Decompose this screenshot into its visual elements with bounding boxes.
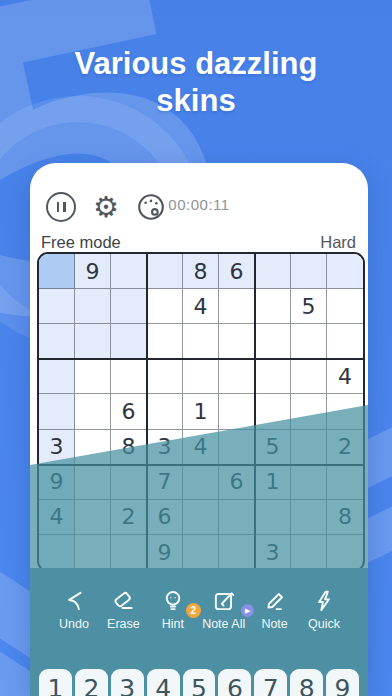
cell-r9c9[interactable] [327, 535, 363, 570]
ad-play-badge: ▶ [241, 604, 254, 617]
cell-r5c7[interactable] [255, 394, 291, 429]
toolbar: Undo Erase [30, 568, 368, 631]
note-button[interactable]: Note [255, 588, 295, 631]
cell-r2c9[interactable] [327, 289, 363, 324]
number-pad: 123456789 [30, 669, 368, 696]
cell-r3c3[interactable] [111, 324, 147, 359]
numpad-key-2[interactable]: 2 [75, 669, 108, 696]
cell-r3c7[interactable] [255, 324, 291, 359]
cell-r4c2[interactable] [75, 359, 111, 394]
pause-icon [46, 192, 76, 222]
cell-r9c3[interactable] [111, 535, 147, 570]
hint-button[interactable]: 2 Hint [153, 588, 193, 631]
cell-r9c1[interactable] [39, 535, 75, 570]
cell-r4c5[interactable] [183, 359, 219, 394]
cell-r1c7[interactable] [255, 254, 291, 289]
cell-r3c2[interactable] [75, 324, 111, 359]
note-all-label: Note All [202, 617, 245, 631]
box-divider [146, 254, 148, 570]
cell-r4c3[interactable] [111, 359, 147, 394]
difficulty-label: Hard [320, 233, 356, 252]
cell-r2c1[interactable] [39, 289, 75, 324]
cell-r7c2[interactable] [75, 465, 111, 500]
cell-r6c2[interactable] [75, 430, 111, 465]
cell-r6c1[interactable]: 3 [39, 430, 75, 465]
cell-r8c4[interactable]: 6 [147, 500, 183, 535]
numpad-key-8[interactable]: 8 [290, 669, 323, 696]
cell-r5c9[interactable] [327, 394, 363, 429]
undo-button[interactable]: Undo [54, 588, 94, 631]
cell-r2c8[interactable]: 5 [291, 289, 327, 324]
cell-r8c5[interactable] [183, 500, 219, 535]
cell-r6c9[interactable]: 2 [327, 430, 363, 465]
skins-button[interactable] [136, 192, 166, 222]
app-store-screenshot: 5 Various dazzling skins ⚙ 00:00:1 [0, 0, 392, 696]
cell-r2c6[interactable] [219, 289, 255, 324]
cell-r7c7[interactable]: 1 [255, 465, 291, 500]
numpad-key-5[interactable]: 5 [183, 669, 216, 696]
settings-button[interactable]: ⚙ [91, 192, 121, 222]
cell-r4c7[interactable] [255, 359, 291, 394]
cell-r7c8[interactable] [291, 465, 327, 500]
cell-r5c4[interactable] [147, 394, 183, 429]
sudoku-board[interactable]: 986454613834529761426893 [37, 252, 365, 572]
quick-lightning-icon [311, 588, 337, 614]
cell-r8c2[interactable] [75, 500, 111, 535]
cell-r2c2[interactable] [75, 289, 111, 324]
cell-r4c8[interactable] [291, 359, 327, 394]
cell-r8c9[interactable]: 8 [327, 500, 363, 535]
palette-icon [136, 192, 166, 222]
hint-lightbulb-icon [160, 588, 186, 614]
cell-r4c9[interactable]: 4 [327, 359, 363, 394]
note-all-button[interactable]: ▶ Note All [202, 588, 245, 631]
game-mode-label: Free mode [41, 233, 121, 252]
box-divider [39, 358, 363, 360]
cell-r5c8[interactable] [291, 394, 327, 429]
cell-r8c8[interactable] [291, 500, 327, 535]
cell-r1c8[interactable] [291, 254, 327, 289]
cell-r7c9[interactable] [327, 465, 363, 500]
cell-r6c3[interactable]: 8 [111, 430, 147, 465]
cell-r7c5[interactable] [183, 465, 219, 500]
cell-r6c5[interactable]: 4 [183, 430, 219, 465]
top-bar: ⚙ 00:00:11 [30, 163, 368, 225]
cell-r8c1[interactable]: 4 [39, 500, 75, 535]
cell-r3c8[interactable] [291, 324, 327, 359]
cell-r3c4[interactable] [147, 324, 183, 359]
cell-r6c8[interactable] [291, 430, 327, 465]
cell-r9c2[interactable] [75, 535, 111, 570]
quick-label: Quick [308, 617, 340, 631]
numpad-key-9[interactable]: 9 [326, 669, 359, 696]
numpad-key-4[interactable]: 4 [147, 669, 180, 696]
cell-r4c1[interactable] [39, 359, 75, 394]
cell-r1c1[interactable] [39, 254, 75, 289]
numpad-key-7[interactable]: 7 [254, 669, 287, 696]
cell-r9c4[interactable]: 9 [147, 535, 183, 570]
cell-r4c6[interactable] [219, 359, 255, 394]
cell-r3c6[interactable] [219, 324, 255, 359]
cell-r1c6[interactable]: 6 [219, 254, 255, 289]
note-label: Note [261, 617, 287, 631]
undo-label: Undo [59, 617, 89, 631]
pause-button[interactable] [46, 192, 76, 222]
numpad-key-1[interactable]: 1 [39, 669, 72, 696]
quick-button[interactable]: Quick [304, 588, 344, 631]
mode-row: Free mode Hard [30, 225, 368, 252]
hint-count-badge: 2 [186, 603, 201, 618]
cell-r3c5[interactable] [183, 324, 219, 359]
cell-r9c8[interactable] [291, 535, 327, 570]
cell-r8c7[interactable] [255, 500, 291, 535]
box-divider [254, 254, 256, 570]
cell-r5c2[interactable] [75, 394, 111, 429]
cell-r1c2[interactable]: 9 [75, 254, 111, 289]
cell-r5c5[interactable]: 1 [183, 394, 219, 429]
cell-r8c3[interactable]: 2 [111, 500, 147, 535]
cell-r5c6[interactable] [219, 394, 255, 429]
cell-r9c6[interactable] [219, 535, 255, 570]
cell-r2c3[interactable] [111, 289, 147, 324]
erase-button[interactable]: Erase [103, 588, 143, 631]
cell-r2c5[interactable]: 4 [183, 289, 219, 324]
cell-r7c6[interactable]: 6 [219, 465, 255, 500]
cell-r5c1[interactable] [39, 394, 75, 429]
cell-r8c6[interactable] [219, 500, 255, 535]
gear-icon: ⚙ [93, 193, 119, 222]
cell-r7c4[interactable]: 7 [147, 465, 183, 500]
box-divider [39, 464, 363, 466]
cell-r1c3[interactable] [111, 254, 147, 289]
cell-r6c7[interactable]: 5 [255, 430, 291, 465]
bottom-panel: Undo Erase [30, 568, 368, 696]
cell-r1c9[interactable] [327, 254, 363, 289]
cell-r6c4[interactable]: 3 [147, 430, 183, 465]
cell-r2c7[interactable] [255, 289, 291, 324]
cell-r1c5[interactable]: 8 [183, 254, 219, 289]
hint-label: Hint [162, 617, 184, 631]
undo-icon [61, 588, 87, 614]
cell-r1c4[interactable] [147, 254, 183, 289]
cell-r6c6[interactable] [219, 430, 255, 465]
cell-r3c9[interactable] [327, 324, 363, 359]
cell-r9c7[interactable]: 3 [255, 535, 291, 570]
numpad-key-6[interactable]: 6 [218, 669, 251, 696]
note-all-icon [211, 588, 237, 614]
game-timer: 00:00:11 [168, 196, 229, 213]
page-title: Various dazzling skins [0, 46, 392, 119]
cell-r2c4[interactable] [147, 289, 183, 324]
note-pencil-icon [262, 588, 288, 614]
cell-r5c3[interactable]: 6 [111, 394, 147, 429]
cell-r7c3[interactable] [111, 465, 147, 500]
phone-mockup: ⚙ 00:00:11 Free mode Hard 98645461383452… [30, 163, 368, 696]
cell-r9c5[interactable] [183, 535, 219, 570]
numpad-key-3[interactable]: 3 [111, 669, 144, 696]
cell-r3c1[interactable] [39, 324, 75, 359]
cell-r7c1[interactable]: 9 [39, 465, 75, 500]
erase-label: Erase [107, 617, 140, 631]
cell-r4c4[interactable] [147, 359, 183, 394]
erase-icon [110, 588, 136, 614]
